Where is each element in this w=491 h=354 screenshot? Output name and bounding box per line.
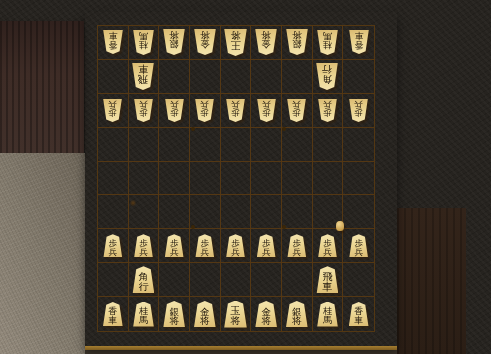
hoshi-dot <box>191 225 195 229</box>
piece-face: 歩兵 <box>287 99 306 122</box>
piece-sente-silver[interactable]: 銀将 <box>286 301 308 327</box>
cell-r1c6[interactable]: 金将 <box>251 26 282 60</box>
piece-gote-lance[interactable]: 香車 <box>349 30 369 54</box>
cell-r8c3[interactable] <box>159 263 190 297</box>
piece-sente-pawn[interactable]: 歩兵 <box>318 234 337 257</box>
cell-r2c8[interactable]: 角行 <box>313 60 344 94</box>
cell-r8c2[interactable]: 角行 <box>129 263 160 297</box>
piece-sente-knight[interactable]: 桂馬 <box>317 302 338 327</box>
cell-r5c6[interactable] <box>251 162 282 196</box>
piece-face: 歩兵 <box>257 234 276 257</box>
piece-face: 玉将 <box>224 301 247 328</box>
piece-sente-king[interactable]: 玉将 <box>224 301 247 328</box>
cell-r3c7[interactable]: 歩兵 <box>282 94 313 128</box>
piece-face: 歩兵 <box>318 99 337 122</box>
cell-r8c6[interactable] <box>251 263 282 297</box>
piece-face: 飛車 <box>316 266 338 293</box>
hoshi-dot <box>191 127 195 131</box>
piece-gote-silver[interactable]: 銀将 <box>163 29 185 55</box>
cell-r5c1[interactable] <box>98 162 129 196</box>
cell-r2c7[interactable] <box>282 60 313 94</box>
piece-gote-pawn[interactable]: 歩兵 <box>195 99 214 122</box>
cell-r5c3[interactable] <box>159 162 190 196</box>
cell-r2c1[interactable] <box>98 60 129 94</box>
cell-r1c1[interactable]: 香車 <box>98 26 129 60</box>
piece-sente-lance[interactable]: 香車 <box>349 302 369 326</box>
cell-r1c5[interactable]: 王将 <box>221 26 252 60</box>
piece-face: 歩兵 <box>257 99 276 122</box>
cell-r7c7[interactable]: 歩兵 <box>282 229 313 263</box>
cell-r1c7[interactable]: 銀将 <box>282 26 313 60</box>
piece-face: 飛車 <box>132 63 154 90</box>
wooden-box-right <box>397 208 466 354</box>
piece-gote-gold[interactable]: 金将 <box>194 29 216 55</box>
cell-r7c6[interactable]: 歩兵 <box>251 229 282 263</box>
cell-r7c2[interactable]: 歩兵 <box>129 229 160 263</box>
piece-sente-gold[interactable]: 金将 <box>194 301 216 327</box>
piece-face: 歩兵 <box>134 234 153 257</box>
cell-r6c6[interactable] <box>251 195 282 229</box>
piece-gote-pawn[interactable]: 歩兵 <box>257 99 276 122</box>
shogi-board: 香車桂馬銀将金将王将金将銀将桂馬香車飛車角行歩兵歩兵歩兵歩兵歩兵歩兵歩兵歩兵歩兵… <box>85 12 397 346</box>
shogi-scene: 香車桂馬銀将金将王将金将銀将桂馬香車飛車角行歩兵歩兵歩兵歩兵歩兵歩兵歩兵歩兵歩兵… <box>0 0 491 354</box>
piece-face: 歩兵 <box>195 99 214 122</box>
piece-gote-pawn[interactable]: 歩兵 <box>226 99 245 122</box>
cell-r4c5[interactable] <box>221 128 252 162</box>
piece-gote-knight[interactable]: 桂馬 <box>317 30 338 55</box>
piece-sente-pawn[interactable]: 歩兵 <box>226 234 245 257</box>
cell-r6c5[interactable] <box>221 195 252 229</box>
cell-r4c4[interactable] <box>190 128 221 162</box>
hoshi-dot <box>282 225 286 229</box>
piece-face: 王将 <box>224 29 247 56</box>
piece-sente-bishop[interactable]: 角行 <box>132 266 154 293</box>
piece-gote-lance[interactable]: 香車 <box>103 30 123 54</box>
piece-gote-rook[interactable]: 飛車 <box>132 63 154 90</box>
cell-r4c3[interactable] <box>159 128 190 162</box>
piece-gote-king[interactable]: 王将 <box>224 29 247 56</box>
piece-gote-pawn[interactable]: 歩兵 <box>318 99 337 122</box>
cell-r8c8[interactable]: 飛車 <box>313 263 344 297</box>
board-grid: 香車桂馬銀将金将王将金将銀将桂馬香車飛車角行歩兵歩兵歩兵歩兵歩兵歩兵歩兵歩兵歩兵… <box>97 25 375 332</box>
piece-sente-rook[interactable]: 飛車 <box>316 266 338 293</box>
piece-face: 角行 <box>132 266 154 293</box>
piece-face: 桂馬 <box>317 30 338 55</box>
piece-face: 金将 <box>255 301 277 327</box>
wooden-box-left <box>0 21 84 153</box>
piece-face: 歩兵 <box>134 99 153 122</box>
piece-face: 歩兵 <box>165 99 184 122</box>
piece-face: 歩兵 <box>103 234 122 257</box>
cell-r1c8[interactable]: 桂馬 <box>313 26 344 60</box>
cell-r7c5[interactable]: 歩兵 <box>221 229 252 263</box>
cell-r5c2[interactable] <box>129 162 160 196</box>
piece-face: 香車 <box>349 302 369 326</box>
piece-gote-pawn[interactable]: 歩兵 <box>287 99 306 122</box>
piece-gote-pawn[interactable]: 歩兵 <box>134 99 153 122</box>
cell-r5c7[interactable] <box>282 162 313 196</box>
wooden-peg <box>336 221 344 231</box>
piece-sente-pawn[interactable]: 歩兵 <box>103 234 122 257</box>
piece-gote-pawn[interactable]: 歩兵 <box>349 99 368 122</box>
cell-r8c7[interactable] <box>282 263 313 297</box>
cell-r4c6[interactable] <box>251 128 282 162</box>
cell-r3c9[interactable]: 歩兵 <box>343 94 374 128</box>
piece-face: 桂馬 <box>317 302 338 327</box>
piece-face: 銀将 <box>163 29 185 55</box>
cell-r5c5[interactable] <box>221 162 252 196</box>
piece-sente-pawn[interactable]: 歩兵 <box>287 234 306 257</box>
cell-r3c8[interactable]: 歩兵 <box>313 94 344 128</box>
piece-sente-pawn[interactable]: 歩兵 <box>195 234 214 257</box>
piece-gote-pawn[interactable]: 歩兵 <box>103 99 122 122</box>
piece-face: 金将 <box>255 29 277 55</box>
cell-r7c9[interactable]: 歩兵 <box>343 229 374 263</box>
piece-face: 桂馬 <box>133 302 154 327</box>
cell-r8c1[interactable] <box>98 263 129 297</box>
cell-r3c5[interactable]: 歩兵 <box>221 94 252 128</box>
cell-r9c4[interactable]: 金将 <box>190 297 221 331</box>
piece-face: 歩兵 <box>165 234 184 257</box>
cell-r5c8[interactable] <box>313 162 344 196</box>
piece-face: 歩兵 <box>349 234 368 257</box>
cell-r4c9[interactable] <box>343 128 374 162</box>
cell-r7c1[interactable]: 歩兵 <box>98 229 129 263</box>
cell-r1c9[interactable]: 香車 <box>343 26 374 60</box>
cell-r3c1[interactable]: 歩兵 <box>98 94 129 128</box>
cell-r6c4[interactable] <box>190 195 221 229</box>
cell-r4c7[interactable] <box>282 128 313 162</box>
cell-r9c7[interactable]: 銀将 <box>282 297 313 331</box>
cell-r1c4[interactable]: 金将 <box>190 26 221 60</box>
piece-face: 桂馬 <box>133 30 154 55</box>
piece-face: 歩兵 <box>103 99 122 122</box>
cell-r6c3[interactable] <box>159 195 190 229</box>
cell-r9c6[interactable]: 金将 <box>251 297 282 331</box>
cell-r2c2[interactable]: 飛車 <box>129 60 160 94</box>
piece-gote-bishop[interactable]: 角行 <box>316 63 338 90</box>
cell-r2c9[interactable] <box>343 60 374 94</box>
cell-r8c5[interactable] <box>221 263 252 297</box>
cell-r9c1[interactable]: 香車 <box>98 297 129 331</box>
piece-face: 香車 <box>103 302 123 326</box>
cell-r3c6[interactable]: 歩兵 <box>251 94 282 128</box>
cell-r4c8[interactable] <box>313 128 344 162</box>
cell-r5c9[interactable] <box>343 162 374 196</box>
piece-sente-silver[interactable]: 銀将 <box>163 301 185 327</box>
piece-sente-pawn[interactable]: 歩兵 <box>257 234 276 257</box>
piece-gote-gold[interactable]: 金将 <box>255 29 277 55</box>
piece-face: 銀将 <box>286 301 308 327</box>
piece-gote-pawn[interactable]: 歩兵 <box>165 99 184 122</box>
piece-sente-pawn[interactable]: 歩兵 <box>134 234 153 257</box>
piece-gote-silver[interactable]: 銀将 <box>286 29 308 55</box>
cell-r7c4[interactable]: 歩兵 <box>190 229 221 263</box>
piece-face: 歩兵 <box>349 99 368 122</box>
piece-sente-pawn[interactable]: 歩兵 <box>349 234 368 257</box>
cell-r2c3[interactable] <box>159 60 190 94</box>
piece-sente-pawn[interactable]: 歩兵 <box>165 234 184 257</box>
piece-face: 歩兵 <box>226 234 245 257</box>
cell-r9c9[interactable]: 香車 <box>343 297 374 331</box>
cell-r2c6[interactable] <box>251 60 282 94</box>
cell-r6c9[interactable] <box>343 195 374 229</box>
piece-face: 銀将 <box>163 301 185 327</box>
cell-r8c9[interactable] <box>343 263 374 297</box>
cell-r3c4[interactable]: 歩兵 <box>190 94 221 128</box>
cell-r6c7[interactable] <box>282 195 313 229</box>
piece-sente-lance[interactable]: 香車 <box>103 302 123 326</box>
piece-face: 角行 <box>316 63 338 90</box>
piece-face: 香車 <box>103 30 123 54</box>
cell-r3c2[interactable]: 歩兵 <box>129 94 160 128</box>
cell-r8c4[interactable] <box>190 263 221 297</box>
cell-r9c3[interactable]: 銀将 <box>159 297 190 331</box>
floor-carpet <box>0 153 85 354</box>
piece-face: 歩兵 <box>318 234 337 257</box>
cell-r4c1[interactable] <box>98 128 129 162</box>
piece-face: 歩兵 <box>195 234 214 257</box>
piece-face: 金将 <box>194 29 216 55</box>
piece-face: 香車 <box>349 30 369 54</box>
piece-face: 銀将 <box>286 29 308 55</box>
cell-r2c4[interactable] <box>190 60 221 94</box>
cell-r2c5[interactable] <box>221 60 252 94</box>
piece-face: 金将 <box>194 301 216 327</box>
hoshi-dot <box>282 127 286 131</box>
cell-r1c3[interactable]: 銀将 <box>159 26 190 60</box>
cell-r5c4[interactable] <box>190 162 221 196</box>
cell-r9c2[interactable]: 桂馬 <box>129 297 160 331</box>
piece-gote-knight[interactable]: 桂馬 <box>133 30 154 55</box>
piece-face: 歩兵 <box>226 99 245 122</box>
cell-r7c3[interactable]: 歩兵 <box>159 229 190 263</box>
piece-sente-knight[interactable]: 桂馬 <box>133 302 154 327</box>
cell-r9c8[interactable]: 桂馬 <box>313 297 344 331</box>
piece-sente-gold[interactable]: 金将 <box>255 301 277 327</box>
cell-r4c2[interactable] <box>129 128 160 162</box>
cell-r3c3[interactable]: 歩兵 <box>159 94 190 128</box>
cell-r7c8[interactable]: 歩兵 <box>313 229 344 263</box>
wood-knot <box>130 199 136 207</box>
piece-face: 歩兵 <box>287 234 306 257</box>
cell-r9c5[interactable]: 玉将 <box>221 297 252 331</box>
cell-r1c2[interactable]: 桂馬 <box>129 26 160 60</box>
cell-r6c1[interactable] <box>98 195 129 229</box>
